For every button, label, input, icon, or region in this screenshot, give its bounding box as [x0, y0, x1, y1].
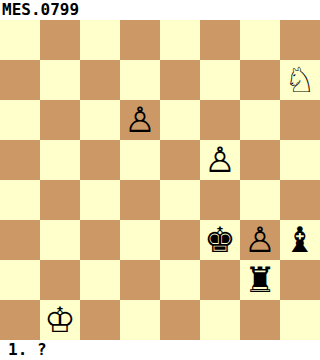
square-h2[interactable]: [280, 260, 320, 300]
square-a1[interactable]: [0, 300, 40, 340]
square-c1[interactable]: [80, 300, 120, 340]
square-g3[interactable]: ♙: [240, 220, 280, 260]
white-pawn[interactable]: ♙: [124, 100, 155, 140]
puzzle-id-title: MES.0799: [0, 0, 320, 20]
black-king[interactable]: ♚: [204, 220, 235, 260]
square-h6[interactable]: [280, 100, 320, 140]
square-b8[interactable]: [40, 20, 80, 60]
square-g5[interactable]: [240, 140, 280, 180]
square-e7[interactable]: [160, 60, 200, 100]
square-b3[interactable]: [40, 220, 80, 260]
square-b1[interactable]: ♔: [40, 300, 80, 340]
square-c2[interactable]: [80, 260, 120, 300]
square-a3[interactable]: [0, 220, 40, 260]
white-knight[interactable]: ♘: [284, 60, 315, 100]
square-c6[interactable]: [80, 100, 120, 140]
square-f6[interactable]: [200, 100, 240, 140]
square-h3[interactable]: ♝: [280, 220, 320, 260]
square-f1[interactable]: [200, 300, 240, 340]
square-g8[interactable]: [240, 20, 280, 60]
square-a8[interactable]: [0, 20, 40, 60]
white-pawn[interactable]: ♙: [244, 220, 275, 260]
square-g2[interactable]: ♜: [240, 260, 280, 300]
square-b4[interactable]: [40, 180, 80, 220]
square-a7[interactable]: [0, 60, 40, 100]
square-c5[interactable]: [80, 140, 120, 180]
square-g7[interactable]: [240, 60, 280, 100]
square-e3[interactable]: [160, 220, 200, 260]
square-d6[interactable]: ♙: [120, 100, 160, 140]
white-pawn[interactable]: ♙: [204, 140, 235, 180]
square-f3[interactable]: ♚: [200, 220, 240, 260]
square-b7[interactable]: [40, 60, 80, 100]
square-f7[interactable]: [200, 60, 240, 100]
square-h1[interactable]: [280, 300, 320, 340]
square-d4[interactable]: [120, 180, 160, 220]
square-e1[interactable]: [160, 300, 200, 340]
square-a6[interactable]: [0, 100, 40, 140]
square-f2[interactable]: [200, 260, 240, 300]
square-g4[interactable]: [240, 180, 280, 220]
square-f4[interactable]: [200, 180, 240, 220]
square-h5[interactable]: [280, 140, 320, 180]
square-f8[interactable]: [200, 20, 240, 60]
square-b5[interactable]: [40, 140, 80, 180]
square-e4[interactable]: [160, 180, 200, 220]
square-e6[interactable]: [160, 100, 200, 140]
square-d3[interactable]: [120, 220, 160, 260]
square-c3[interactable]: [80, 220, 120, 260]
white-king[interactable]: ♔: [44, 300, 75, 340]
black-bishop[interactable]: ♝: [284, 220, 315, 260]
square-d2[interactable]: [120, 260, 160, 300]
square-a5[interactable]: [0, 140, 40, 180]
square-h8[interactable]: [280, 20, 320, 60]
square-a4[interactable]: [0, 180, 40, 220]
square-d8[interactable]: [120, 20, 160, 60]
square-h7[interactable]: ♘: [280, 60, 320, 100]
square-b2[interactable]: [40, 260, 80, 300]
square-h4[interactable]: [280, 180, 320, 220]
square-d7[interactable]: [120, 60, 160, 100]
square-d1[interactable]: [120, 300, 160, 340]
square-f5[interactable]: ♙: [200, 140, 240, 180]
square-c4[interactable]: [80, 180, 120, 220]
move-prompt: 1. ?: [0, 340, 320, 360]
chess-board: ♘♙♙♚♙♝♜♔: [0, 20, 320, 340]
black-rook[interactable]: ♜: [244, 260, 275, 300]
square-b6[interactable]: [40, 100, 80, 140]
square-g1[interactable]: [240, 300, 280, 340]
square-e5[interactable]: [160, 140, 200, 180]
square-d5[interactable]: [120, 140, 160, 180]
square-e2[interactable]: [160, 260, 200, 300]
square-c8[interactable]: [80, 20, 120, 60]
square-c7[interactable]: [80, 60, 120, 100]
square-g6[interactable]: [240, 100, 280, 140]
square-a2[interactable]: [0, 260, 40, 300]
square-e8[interactable]: [160, 20, 200, 60]
